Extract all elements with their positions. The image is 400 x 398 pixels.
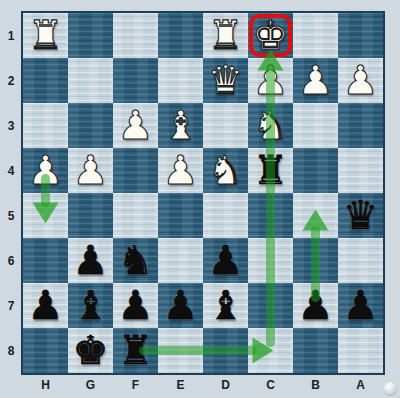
white-pawn[interactable]: ♟ [113, 103, 158, 148]
square-c7[interactable] [248, 283, 293, 328]
square-e2[interactable] [158, 58, 203, 103]
square-g8[interactable]: ♚ [68, 328, 113, 373]
file-label-a: A [353, 378, 369, 392]
chess-app: ♜♜♚♛♟♟♟♟♝♞♟♟♟♞♜♛♟♞♟♟♝♟♟♝♟♟♚♜ 12345678HGF… [0, 0, 400, 398]
rank-label-8: 8 [3, 344, 19, 358]
square-h2[interactable] [23, 58, 68, 103]
square-f6[interactable]: ♞ [113, 238, 158, 283]
rank-label-4: 4 [3, 164, 19, 178]
square-e4[interactable]: ♟ [158, 148, 203, 193]
black-pawn[interactable]: ♟ [293, 283, 338, 328]
square-d2[interactable]: ♛ [203, 58, 248, 103]
white-rook[interactable]: ♜ [203, 13, 248, 58]
square-h6[interactable] [23, 238, 68, 283]
square-b1[interactable] [293, 13, 338, 58]
rank-label-5: 5 [3, 209, 19, 223]
square-e3[interactable]: ♝ [158, 103, 203, 148]
white-pawn[interactable]: ♟ [158, 148, 203, 193]
rank-label-6: 6 [3, 254, 19, 268]
square-e6[interactable] [158, 238, 203, 283]
square-c1[interactable]: ♚ [248, 13, 293, 58]
square-b3[interactable] [293, 103, 338, 148]
white-pawn[interactable]: ♟ [68, 148, 113, 193]
white-knight[interactable]: ♞ [248, 103, 293, 148]
black-pawn[interactable]: ♟ [23, 283, 68, 328]
square-e7[interactable]: ♟ [158, 283, 203, 328]
square-a7[interactable]: ♟ [338, 283, 383, 328]
square-g5[interactable] [68, 193, 113, 238]
file-label-c: C [263, 378, 279, 392]
square-g4[interactable]: ♟ [68, 148, 113, 193]
square-a4[interactable] [338, 148, 383, 193]
black-bishop[interactable]: ♝ [68, 283, 113, 328]
square-d7[interactable]: ♝ [203, 283, 248, 328]
black-pawn[interactable]: ♟ [68, 238, 113, 283]
white-king[interactable]: ♚ [248, 13, 293, 58]
square-b6[interactable] [293, 238, 338, 283]
square-c6[interactable] [248, 238, 293, 283]
square-h8[interactable] [23, 328, 68, 373]
white-pawn[interactable]: ♟ [338, 58, 383, 103]
black-bishop[interactable]: ♝ [203, 283, 248, 328]
corner-ball-icon [384, 382, 397, 395]
square-a8[interactable] [338, 328, 383, 373]
square-c5[interactable] [248, 193, 293, 238]
square-g2[interactable] [68, 58, 113, 103]
black-pawn[interactable]: ♟ [113, 283, 158, 328]
square-c4[interactable]: ♜ [248, 148, 293, 193]
square-h5[interactable] [23, 193, 68, 238]
square-h3[interactable] [23, 103, 68, 148]
square-d4[interactable]: ♞ [203, 148, 248, 193]
square-c8[interactable] [248, 328, 293, 373]
square-h7[interactable]: ♟ [23, 283, 68, 328]
white-bishop[interactable]: ♝ [158, 103, 203, 148]
square-g6[interactable]: ♟ [68, 238, 113, 283]
square-f5[interactable] [113, 193, 158, 238]
square-f3[interactable]: ♟ [113, 103, 158, 148]
file-label-e: E [173, 378, 189, 392]
square-f8[interactable]: ♜ [113, 328, 158, 373]
square-g1[interactable] [68, 13, 113, 58]
file-label-b: B [308, 378, 324, 392]
square-e8[interactable] [158, 328, 203, 373]
square-b2[interactable]: ♟ [293, 58, 338, 103]
file-label-d: D [218, 378, 234, 392]
square-d1[interactable]: ♜ [203, 13, 248, 58]
file-label-h: H [38, 378, 54, 392]
square-e1[interactable] [158, 13, 203, 58]
square-c2[interactable]: ♟ [248, 58, 293, 103]
white-pawn[interactable]: ♟ [248, 58, 293, 103]
rank-label-1: 1 [3, 29, 19, 43]
square-f1[interactable] [113, 13, 158, 58]
square-c3[interactable]: ♞ [248, 103, 293, 148]
chess-board: ♜♜♚♛♟♟♟♟♝♞♟♟♟♞♜♛♟♞♟♟♝♟♟♝♟♟♚♜ [23, 13, 383, 373]
board-frame: ♜♜♚♛♟♟♟♟♝♞♟♟♟♞♜♛♟♞♟♟♝♟♟♝♟♟♚♜ [21, 11, 385, 375]
square-h1[interactable]: ♜ [23, 13, 68, 58]
square-b8[interactable] [293, 328, 338, 373]
square-a3[interactable] [338, 103, 383, 148]
square-f7[interactable]: ♟ [113, 283, 158, 328]
square-a5[interactable]: ♛ [338, 193, 383, 238]
white-knight[interactable]: ♞ [203, 148, 248, 193]
square-f2[interactable] [113, 58, 158, 103]
black-rook[interactable]: ♜ [113, 328, 158, 373]
black-king[interactable]: ♚ [68, 328, 113, 373]
file-label-f: F [128, 378, 144, 392]
square-d8[interactable] [203, 328, 248, 373]
black-rook[interactable]: ♜ [248, 148, 293, 193]
square-a2[interactable]: ♟ [338, 58, 383, 103]
square-a1[interactable] [338, 13, 383, 58]
white-pawn[interactable]: ♟ [293, 58, 338, 103]
black-pawn[interactable]: ♟ [203, 238, 248, 283]
square-b4[interactable] [293, 148, 338, 193]
square-b7[interactable]: ♟ [293, 283, 338, 328]
file-label-g: G [83, 378, 99, 392]
square-e5[interactable] [158, 193, 203, 238]
square-g3[interactable] [68, 103, 113, 148]
black-queen[interactable]: ♛ [338, 193, 383, 238]
square-a6[interactable] [338, 238, 383, 283]
square-d3[interactable] [203, 103, 248, 148]
square-f4[interactable] [113, 148, 158, 193]
square-g7[interactable]: ♝ [68, 283, 113, 328]
square-d6[interactable]: ♟ [203, 238, 248, 283]
black-knight[interactable]: ♞ [113, 238, 158, 283]
square-d5[interactable] [203, 193, 248, 238]
white-rook[interactable]: ♜ [23, 13, 68, 58]
square-b5[interactable] [293, 193, 338, 238]
square-h4[interactable]: ♟ [23, 148, 68, 193]
black-pawn[interactable]: ♟ [158, 283, 203, 328]
white-queen[interactable]: ♛ [203, 58, 248, 103]
black-pawn[interactable]: ♟ [338, 283, 383, 328]
rank-label-7: 7 [3, 299, 19, 313]
rank-label-2: 2 [3, 74, 19, 88]
rank-label-3: 3 [3, 119, 19, 133]
white-pawn[interactable]: ♟ [23, 148, 68, 193]
